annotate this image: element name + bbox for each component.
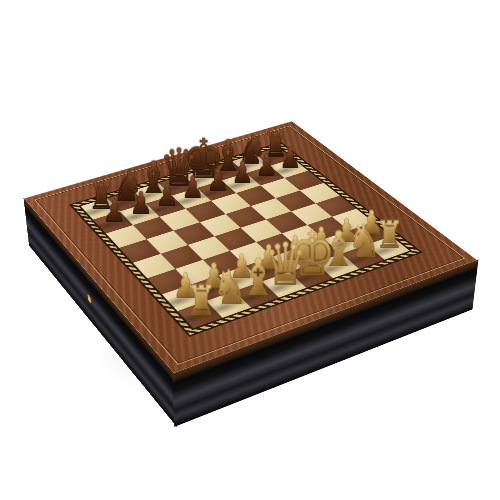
drawer-knob[interactable] bbox=[87, 293, 92, 305]
white-rook-a1[interactable]: ♜ bbox=[181, 274, 221, 315]
chess-board: ♜♞♝♛♚♝♞♜♟♟♟♟♟♟♟♟♟♟♟♟♟♟♟♟♜♞♝♛♚♝♞♜ bbox=[24, 121, 477, 373]
product-photo: ♜♞♝♛♚♝♞♜♟♟♟♟♟♟♟♟♟♟♟♟♟♟♟♟♜♞♝♛♚♝♞♜ bbox=[0, 0, 500, 500]
scene: ♜♞♝♛♚♝♞♜♟♟♟♟♟♟♟♟♟♟♟♟♟♟♟♟♜♞♝♛♚♝♞♜ bbox=[0, 0, 500, 500]
